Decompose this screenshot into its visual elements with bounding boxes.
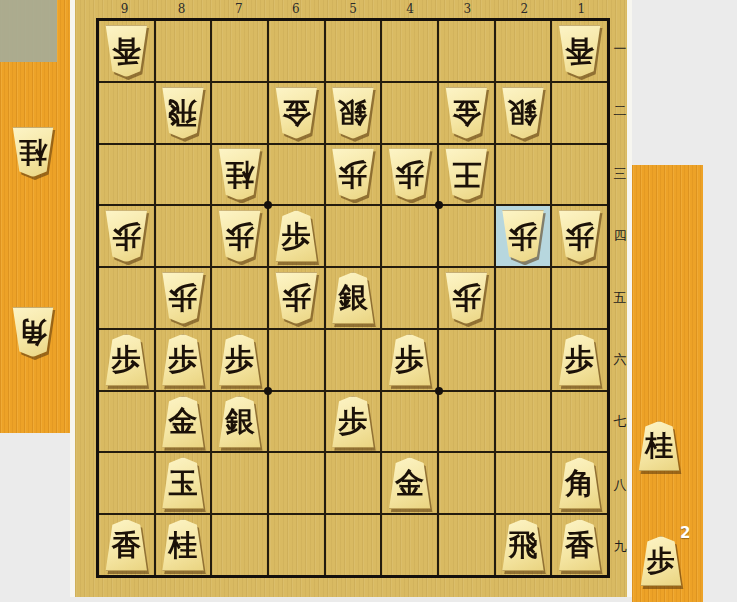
sente-lance[interactable]: 香	[557, 519, 602, 571]
file-labels: 987654321	[96, 1, 610, 17]
board-square[interactable]	[269, 21, 324, 81]
corner-overlay	[0, 0, 57, 62]
board-square[interactable]	[326, 515, 381, 575]
gote-pawn[interactable]: 歩	[500, 210, 545, 262]
sente-king[interactable]: 玉	[160, 457, 205, 509]
board-square[interactable]: 歩	[212, 206, 267, 266]
board-square[interactable]	[326, 206, 381, 266]
koma-shape: 歩	[104, 210, 149, 262]
koma-shape: 飛	[500, 519, 545, 571]
piece-kanji: 歩	[282, 222, 311, 251]
board-square[interactable]	[496, 145, 551, 205]
gote-pawn[interactable]: 歩	[217, 210, 262, 262]
board-square[interactable]	[382, 268, 437, 328]
board-square[interactable]	[382, 515, 437, 575]
gote-pawn[interactable]: 歩	[104, 210, 149, 262]
koma-shape: 歩	[444, 272, 489, 324]
koma-shape: 歩	[217, 334, 262, 386]
board-square[interactable]	[552, 268, 607, 328]
board-square[interactable]	[496, 268, 551, 328]
gote-bishop[interactable]: 角	[11, 307, 55, 357]
piece-kanji: 飛	[508, 531, 537, 560]
board-square[interactable]	[99, 145, 154, 205]
gote-pawn[interactable]: 歩	[557, 210, 602, 262]
koma-shape: 金	[274, 87, 319, 139]
gote-lance[interactable]: 香	[557, 25, 602, 77]
file-label: 3	[439, 1, 496, 17]
sente-pawn[interactable]: 歩	[104, 334, 149, 386]
koma-shape: 香	[557, 519, 602, 571]
sente-pawn[interactable]: 歩	[639, 536, 683, 586]
piece-kanji: 歩	[168, 283, 197, 312]
board-square[interactable]	[496, 453, 551, 513]
piece-kanji: 歩	[395, 345, 424, 374]
piece-kanji: 香	[565, 531, 594, 560]
koma-shape: 歩	[639, 536, 683, 586]
koma-shape: 歩	[274, 272, 319, 324]
sente-pawn[interactable]: 歩	[557, 334, 602, 386]
sente-bishop[interactable]: 角	[557, 457, 602, 509]
piece-kanji: 香	[112, 36, 141, 65]
board-square[interactable]	[269, 453, 324, 513]
board-square[interactable]: 飛	[156, 83, 211, 143]
sente-silver[interactable]: 銀	[217, 396, 262, 448]
board-square[interactable]: 玉	[156, 453, 211, 513]
board-square[interactable]: 金	[156, 392, 211, 452]
rank-label: 三	[611, 142, 629, 204]
gote-silver[interactable]: 銀	[500, 87, 545, 139]
piece-kanji: 飛	[168, 98, 197, 127]
board-square[interactable]: 金	[439, 83, 494, 143]
board-square[interactable]	[99, 268, 154, 328]
board-square[interactable]: 飛	[496, 515, 551, 575]
board-square[interactable]	[156, 21, 211, 81]
koma-shape: 歩	[387, 334, 432, 386]
board-square[interactable]: 歩	[552, 330, 607, 390]
board-square[interactable]	[382, 83, 437, 143]
board-square[interactable]: 香	[99, 515, 154, 575]
koma-shape: 歩	[217, 210, 262, 262]
piece-kanji: 銀	[338, 283, 367, 312]
koma-shape: 歩	[557, 334, 602, 386]
rank-label: 七	[611, 391, 629, 453]
rank-label: 二	[611, 80, 629, 142]
board-square[interactable]: 香	[552, 515, 607, 575]
board-square[interactable]	[496, 392, 551, 452]
piece-kanji: 角	[565, 469, 594, 498]
board-square[interactable]	[439, 206, 494, 266]
file-label: 2	[496, 1, 553, 17]
koma-shape: 歩	[387, 148, 432, 200]
koma-shape: 桂	[160, 519, 205, 571]
panel-divider-left	[70, 0, 75, 597]
gote-pawn[interactable]: 歩	[444, 272, 489, 324]
piece-kanji: 角	[19, 318, 47, 346]
board-square[interactable]: 王	[439, 145, 494, 205]
board-square[interactable]: 歩	[326, 145, 381, 205]
koma-shape: 金	[444, 87, 489, 139]
board-square[interactable]: 銀	[212, 392, 267, 452]
board-square[interactable]	[439, 330, 494, 390]
board-square[interactable]: 香	[552, 21, 607, 81]
piece-kanji: 歩	[565, 345, 594, 374]
board-square[interactable]	[326, 21, 381, 81]
board-square[interactable]: 歩	[269, 268, 324, 328]
piece-kanji: 桂	[645, 432, 673, 460]
piece-kanji: 桂	[19, 138, 47, 166]
board-square[interactable]	[269, 145, 324, 205]
piece-kanji: 歩	[168, 345, 197, 374]
koma-shape: 銀	[330, 272, 375, 324]
piece-kanji: 金	[452, 98, 481, 127]
koma-shape: 歩	[330, 148, 375, 200]
sente-gold[interactable]: 金	[160, 396, 205, 448]
board-square[interactable]	[99, 453, 154, 513]
board-square[interactable]	[269, 392, 324, 452]
board-square[interactable]	[439, 392, 494, 452]
board-square[interactable]	[439, 515, 494, 575]
board-square[interactable]	[382, 21, 437, 81]
piece-kanji: 歩	[395, 160, 424, 189]
board-square[interactable]	[99, 392, 154, 452]
koma-shape: 桂	[637, 421, 681, 471]
gote-king[interactable]: 王	[444, 148, 489, 200]
board-square[interactable]: 歩	[326, 392, 381, 452]
board-square[interactable]	[326, 453, 381, 513]
gote-knight[interactable]: 桂	[217, 148, 262, 200]
board-square[interactable]	[439, 453, 494, 513]
hoshi-dot	[264, 387, 272, 395]
sente-pawn[interactable]: 歩	[387, 334, 432, 386]
piece-kanji: 歩	[647, 547, 675, 575]
rank-label: 一	[611, 18, 629, 80]
koma-shape: 角	[557, 457, 602, 509]
board-square[interactable]: 香	[99, 21, 154, 81]
koma-shape: 角	[11, 307, 55, 357]
gote-pawn[interactable]: 歩	[387, 148, 432, 200]
sente-silver[interactable]: 銀	[330, 272, 375, 324]
koma-shape: 桂	[11, 127, 55, 177]
board-square[interactable]	[382, 392, 437, 452]
file-label: 5	[324, 1, 381, 17]
gote-lance[interactable]: 香	[104, 25, 149, 77]
koma-shape: 香	[557, 25, 602, 77]
gote-gold[interactable]: 金	[444, 87, 489, 139]
koma-shape: 銀	[217, 396, 262, 448]
board-square[interactable]: 歩	[496, 206, 551, 266]
koma-shape: 歩	[274, 210, 319, 262]
board-square[interactable]	[99, 83, 154, 143]
sente-pawn[interactable]: 歩	[330, 396, 375, 448]
piece-kanji: 王	[452, 160, 481, 189]
board-square[interactable]: 歩	[156, 330, 211, 390]
file-label: 4	[382, 1, 439, 17]
piece-kanji: 歩	[225, 345, 254, 374]
rank-label: 八	[611, 454, 629, 516]
board-square[interactable]: 金	[269, 83, 324, 143]
koma-shape: 飛	[160, 87, 205, 139]
piece-kanji: 玉	[168, 469, 197, 498]
board-square[interactable]: 歩	[99, 330, 154, 390]
piece-kanji: 金	[282, 98, 311, 127]
koma-shape: 玉	[160, 457, 205, 509]
piece-kanji: 金	[168, 407, 197, 436]
sente-pawn[interactable]: 歩	[274, 210, 319, 262]
board-square[interactable]	[156, 206, 211, 266]
gote-captured-stand: 桂角	[0, 0, 70, 433]
board-square[interactable]: 歩	[439, 268, 494, 328]
sente-lance[interactable]: 香	[104, 519, 149, 571]
piece-kanji: 桂	[168, 531, 197, 560]
gote-rook[interactable]: 飛	[160, 87, 205, 139]
piece-kanji: 歩	[338, 407, 367, 436]
piece-kanji: 銀	[225, 407, 254, 436]
koma-shape: 桂	[217, 148, 262, 200]
file-label: 8	[153, 1, 210, 17]
file-label: 7	[210, 1, 267, 17]
piece-kanji: 銀	[508, 98, 537, 127]
board-square[interactable]	[269, 330, 324, 390]
sente-pawn[interactable]: 歩	[160, 334, 205, 386]
piece-kanji: 歩	[452, 283, 481, 312]
sente-captured-stand: 桂歩2	[632, 165, 703, 602]
koma-shape: 歩	[104, 334, 149, 386]
koma-shape: 銀	[330, 87, 375, 139]
sente-knight[interactable]: 桂	[637, 421, 681, 471]
board-square[interactable]: 歩	[382, 145, 437, 205]
koma-shape: 歩	[330, 396, 375, 448]
board-square[interactable]	[552, 392, 607, 452]
piece-kanji: 歩	[112, 222, 141, 251]
board-square[interactable]: 歩	[99, 206, 154, 266]
board-square[interactable]	[212, 21, 267, 81]
rank-labels: 一二三四五六七八九	[611, 18, 629, 578]
board-square[interactable]: 歩	[212, 330, 267, 390]
sente-pawn[interactable]: 歩	[217, 334, 262, 386]
koma-shape: 銀	[500, 87, 545, 139]
koma-shape: 香	[104, 25, 149, 77]
rank-label: 五	[611, 267, 629, 329]
sente-knight[interactable]: 桂	[160, 519, 205, 571]
piece-kanji: 銀	[338, 98, 367, 127]
gote-gold[interactable]: 金	[274, 87, 319, 139]
koma-shape: 歩	[160, 272, 205, 324]
board-square[interactable]	[212, 515, 267, 575]
hoshi-dot	[435, 201, 443, 209]
koma-shape: 香	[104, 519, 149, 571]
sente-rook[interactable]: 飛	[500, 519, 545, 571]
gote-pawn[interactable]: 歩	[330, 148, 375, 200]
rank-label: 四	[611, 205, 629, 267]
gote-knight[interactable]: 桂	[11, 127, 55, 177]
board-square[interactable]: 銀	[326, 268, 381, 328]
piece-kanji: 歩	[565, 222, 594, 251]
file-label: 6	[267, 1, 324, 17]
gote-pawn[interactable]: 歩	[160, 272, 205, 324]
piece-kanji: 金	[395, 469, 424, 498]
piece-kanji: 桂	[225, 160, 254, 189]
captured-count: 2	[680, 524, 690, 542]
board-square[interactable]	[326, 330, 381, 390]
file-label: 9	[96, 1, 153, 17]
board-square[interactable]	[382, 206, 437, 266]
piece-kanji: 歩	[338, 160, 367, 189]
board-square[interactable]: 桂	[156, 515, 211, 575]
file-label: 1	[553, 1, 610, 17]
board-square[interactable]: 銀	[496, 83, 551, 143]
board-square[interactable]	[269, 515, 324, 575]
koma-shape: 歩	[500, 210, 545, 262]
board-square[interactable]: 歩	[382, 330, 437, 390]
koma-shape: 歩	[557, 210, 602, 262]
piece-kanji: 歩	[225, 222, 254, 251]
board-square[interactable]: 角	[552, 453, 607, 513]
shogi-board: 香香飛金銀金銀桂歩歩王歩歩歩歩歩歩歩銀歩歩歩歩歩歩金銀歩玉金角香桂飛香	[96, 18, 610, 578]
board-square[interactable]	[212, 83, 267, 143]
board-square[interactable]	[156, 145, 211, 205]
rank-label: 六	[611, 329, 629, 391]
rank-label: 九	[611, 516, 629, 578]
board-square[interactable]	[552, 145, 607, 205]
hoshi-dot	[435, 387, 443, 395]
koma-shape: 歩	[160, 334, 205, 386]
board-square[interactable]: 銀	[326, 83, 381, 143]
koma-shape: 金	[387, 457, 432, 509]
board-square[interactable]	[212, 268, 267, 328]
board-square[interactable]	[496, 21, 551, 81]
sente-gold[interactable]: 金	[387, 457, 432, 509]
hoshi-dot	[264, 201, 272, 209]
gote-silver[interactable]: 銀	[330, 87, 375, 139]
piece-kanji: 香	[565, 36, 594, 65]
piece-kanji: 歩	[112, 345, 141, 374]
piece-kanji: 香	[112, 531, 141, 560]
koma-shape: 金	[160, 396, 205, 448]
board-square[interactable]: 歩	[269, 206, 324, 266]
board-square[interactable]: 桂	[212, 145, 267, 205]
board-square[interactable]	[439, 21, 494, 81]
board-square[interactable]	[212, 453, 267, 513]
piece-kanji: 歩	[508, 222, 537, 251]
board-square[interactable]: 歩	[552, 206, 607, 266]
board-square[interactable]: 金	[382, 453, 437, 513]
gote-pawn[interactable]: 歩	[274, 272, 319, 324]
shogi-app: 桂角 桂歩2 987654321 一二三四五六七八九 香香飛金銀金銀桂歩歩王歩歩…	[0, 0, 737, 602]
board-square[interactable]	[552, 83, 607, 143]
piece-kanji: 歩	[282, 283, 311, 312]
board-square[interactable]: 歩	[156, 268, 211, 328]
board-square[interactable]	[496, 330, 551, 390]
koma-shape: 王	[444, 148, 489, 200]
